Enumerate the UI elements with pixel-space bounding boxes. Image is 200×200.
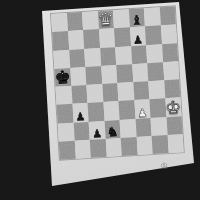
square-f2[interactable]: [135, 118, 152, 137]
square-c4[interactable]: [86, 84, 103, 103]
square-e6[interactable]: [115, 46, 132, 65]
square-e2[interactable]: [120, 119, 137, 138]
square-a8[interactable]: [51, 13, 68, 32]
square-g1[interactable]: [152, 135, 169, 154]
square-e7[interactable]: [114, 27, 131, 46]
square-d1[interactable]: [105, 138, 122, 157]
square-e8[interactable]: [113, 9, 130, 28]
maker-emblem-icon: ♔: [160, 162, 169, 172]
square-a5[interactable]: ♚: [54, 68, 71, 87]
square-g3[interactable]: [149, 98, 166, 117]
square-h6[interactable]: [162, 43, 179, 62]
square-g4[interactable]: [148, 80, 165, 99]
square-d3[interactable]: [103, 101, 120, 120]
square-b6[interactable]: [69, 49, 86, 68]
square-f5[interactable]: [132, 63, 149, 82]
square-c8[interactable]: [82, 11, 99, 30]
square-g8[interactable]: [144, 7, 161, 26]
piece-black-pawn[interactable]: ♟: [133, 34, 144, 46]
piece-black-pawn[interactable]: ♟: [75, 111, 86, 123]
piece-white-pawn[interactable]: ♟: [137, 107, 148, 119]
square-b3[interactable]: ♟: [72, 103, 89, 122]
piece-black-king[interactable]: ♚: [54, 68, 71, 87]
square-d8[interactable]: ♛: [97, 10, 114, 29]
square-b1[interactable]: [74, 140, 91, 159]
square-d5[interactable]: [101, 65, 118, 84]
square-a7[interactable]: [52, 31, 69, 50]
square-a1[interactable]: [59, 141, 76, 160]
square-h1[interactable]: [167, 134, 184, 153]
square-f7[interactable]: ♟: [129, 27, 146, 46]
square-b2[interactable]: [73, 121, 90, 140]
square-h3[interactable]: ♚: [165, 98, 182, 117]
piece-black-knight[interactable]: ♞: [106, 125, 118, 139]
square-g7[interactable]: [145, 26, 162, 45]
square-g2[interactable]: [151, 117, 168, 136]
square-e4[interactable]: [117, 82, 134, 101]
square-h5[interactable]: [163, 61, 180, 80]
chess-board[interactable]: ♛♝♟♚♟♟♚♟♞: [51, 6, 184, 159]
square-d7[interactable]: [99, 28, 116, 47]
square-c3[interactable]: [88, 102, 105, 121]
square-d6[interactable]: [100, 47, 117, 66]
square-h8[interactable]: [159, 6, 176, 25]
square-d4[interactable]: [102, 83, 119, 102]
square-e5[interactable]: [116, 64, 133, 83]
square-a3[interactable]: [57, 104, 74, 123]
square-f3[interactable]: ♟: [134, 99, 151, 118]
square-f6[interactable]: [131, 45, 148, 64]
square-c5[interactable]: [85, 66, 102, 85]
square-f1[interactable]: [136, 136, 153, 155]
square-b7[interactable]: [68, 30, 85, 49]
square-a2[interactable]: [58, 122, 75, 141]
square-d2[interactable]: ♞: [104, 120, 121, 139]
piece-black-bishop[interactable]: ♝: [131, 14, 143, 28]
square-c2[interactable]: ♟: [89, 120, 106, 139]
piece-white-king[interactable]: ♚: [165, 98, 182, 117]
square-c7[interactable]: [83, 29, 100, 48]
square-h7[interactable]: [160, 25, 177, 44]
piece-white-queen[interactable]: ♛: [97, 10, 114, 29]
square-b8[interactable]: [66, 12, 83, 31]
square-f8[interactable]: ♝: [128, 8, 145, 27]
square-g6[interactable]: [146, 44, 163, 63]
square-f4[interactable]: [133, 81, 150, 100]
square-b5[interactable]: [70, 67, 87, 86]
square-e3[interactable]: [118, 100, 135, 119]
square-h2[interactable]: [166, 116, 183, 135]
square-e1[interactable]: [121, 137, 138, 156]
square-g5[interactable]: [147, 62, 164, 81]
piece-black-pawn[interactable]: ♟: [92, 128, 103, 140]
square-c1[interactable]: [90, 139, 107, 158]
board-photo: ♛♝♟♚♟♟♚♟♞ ♔: [0, 0, 200, 200]
square-a4[interactable]: [55, 86, 72, 105]
square-b4[interactable]: [71, 85, 88, 104]
square-c6[interactable]: [84, 48, 101, 67]
